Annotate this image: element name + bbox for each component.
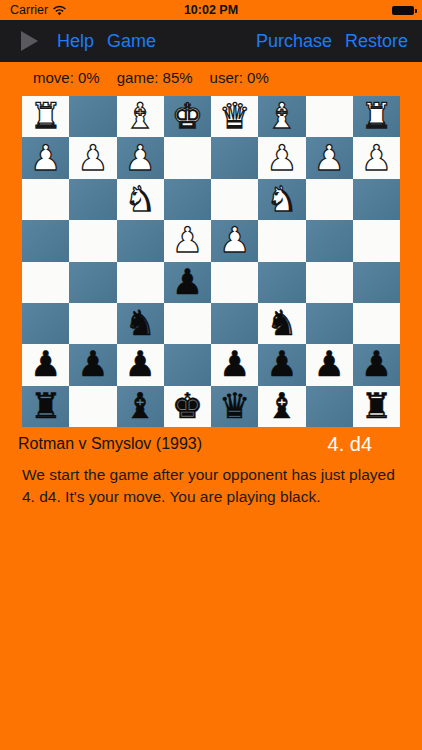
square-e2[interactable] <box>164 137 211 178</box>
restore-button[interactable]: Restore <box>345 31 408 52</box>
square-h1[interactable]: ♜ <box>22 96 69 137</box>
game-button[interactable]: Game <box>107 31 156 52</box>
white-rook: ♜ <box>30 96 61 137</box>
square-h6[interactable] <box>22 303 69 344</box>
progress-stats: move: 0% game: 85% user: 0% <box>33 62 269 92</box>
white-pawn: ♟ <box>124 138 155 179</box>
square-e4[interactable]: ♟ <box>164 220 211 261</box>
square-b2[interactable]: ♟ <box>306 137 353 178</box>
square-d7[interactable]: ♟ <box>211 344 258 385</box>
square-b8[interactable] <box>306 386 353 427</box>
square-d3[interactable] <box>211 179 258 220</box>
square-e8[interactable]: ♚ <box>164 386 211 427</box>
square-h5[interactable] <box>22 262 69 303</box>
square-g2[interactable]: ♟ <box>69 137 116 178</box>
play-icon[interactable] <box>21 31 38 51</box>
square-d6[interactable] <box>211 303 258 344</box>
square-c4[interactable] <box>258 220 305 261</box>
black-pawn: ♟ <box>313 344 344 385</box>
square-f1[interactable]: ♝ <box>117 96 164 137</box>
square-g4[interactable] <box>69 220 116 261</box>
players-label: Rotman v Smyslov (1993) <box>18 435 202 453</box>
square-c3[interactable]: ♞ <box>258 179 305 220</box>
white-pawn: ♟ <box>30 138 61 179</box>
black-pawn: ♟ <box>219 344 250 385</box>
white-bishop: ♝ <box>266 96 297 137</box>
square-g3[interactable] <box>69 179 116 220</box>
square-e7[interactable] <box>164 344 211 385</box>
square-d1[interactable]: ♛ <box>211 96 258 137</box>
square-b4[interactable] <box>306 220 353 261</box>
black-knight: ♞ <box>266 303 297 344</box>
clock-label: 10:02 PM <box>0 0 422 20</box>
white-king: ♚ <box>172 96 203 137</box>
square-g7[interactable]: ♟ <box>69 344 116 385</box>
square-d5[interactable] <box>211 262 258 303</box>
white-bishop: ♝ <box>124 96 155 137</box>
square-a5[interactable] <box>353 262 400 303</box>
square-e1[interactable]: ♚ <box>164 96 211 137</box>
black-rook: ♜ <box>30 386 61 427</box>
square-f5[interactable] <box>117 262 164 303</box>
square-c7[interactable]: ♟ <box>258 344 305 385</box>
square-d2[interactable] <box>211 137 258 178</box>
square-f7[interactable]: ♟ <box>117 344 164 385</box>
square-h8[interactable]: ♜ <box>22 386 69 427</box>
square-f8[interactable]: ♝ <box>117 386 164 427</box>
black-knight: ♞ <box>124 303 155 344</box>
square-e5[interactable]: ♟ <box>164 262 211 303</box>
square-c1[interactable]: ♝ <box>258 96 305 137</box>
black-pawn: ♟ <box>77 344 108 385</box>
user-progress-label: user: 0% <box>210 69 269 86</box>
white-queen: ♛ <box>219 96 250 137</box>
app-screen: Carrier 10:02 PM Help Game Purchase Rest… <box>0 0 422 750</box>
puzzle-description: We start the game after your opponent ha… <box>22 464 402 507</box>
purchase-button[interactable]: Purchase <box>256 31 332 52</box>
white-pawn: ♟ <box>266 138 297 179</box>
game-progress-label: game: 85% <box>117 69 193 86</box>
square-h3[interactable] <box>22 179 69 220</box>
square-a6[interactable] <box>353 303 400 344</box>
caption-row: Rotman v Smyslov (1993) 4. d4 <box>0 433 422 457</box>
square-e3[interactable] <box>164 179 211 220</box>
nav-bar: Help Game Purchase Restore <box>0 20 422 62</box>
square-a7[interactable]: ♟ <box>353 344 400 385</box>
move-progress-label: move: 0% <box>33 69 100 86</box>
square-h7[interactable]: ♟ <box>22 344 69 385</box>
square-d8[interactable]: ♛ <box>211 386 258 427</box>
status-bar: Carrier 10:02 PM <box>0 0 422 20</box>
square-c2[interactable]: ♟ <box>258 137 305 178</box>
white-pawn: ♟ <box>77 138 108 179</box>
square-c5[interactable] <box>258 262 305 303</box>
square-f3[interactable]: ♞ <box>117 179 164 220</box>
square-h2[interactable]: ♟ <box>22 137 69 178</box>
white-knight: ♞ <box>124 179 155 220</box>
square-c8[interactable]: ♝ <box>258 386 305 427</box>
square-d4[interactable]: ♟ <box>211 220 258 261</box>
black-pawn: ♟ <box>361 344 392 385</box>
black-rook: ♜ <box>361 386 392 427</box>
square-b1[interactable] <box>306 96 353 137</box>
last-move-label: 4. d4 <box>328 433 372 456</box>
square-b3[interactable] <box>306 179 353 220</box>
white-rook: ♜ <box>361 96 392 137</box>
square-g6[interactable] <box>69 303 116 344</box>
black-bishop: ♝ <box>266 386 297 427</box>
square-f2[interactable]: ♟ <box>117 137 164 178</box>
white-pawn: ♟ <box>361 138 392 179</box>
chess-board[interactable]: ♜♝♚♛♝♜♟♟♟♟♟♟♞♞♟♟♟♞♞♟♟♟♟♟♟♟♜♝♚♛♝♜ <box>22 96 400 427</box>
square-b7[interactable]: ♟ <box>306 344 353 385</box>
square-g8[interactable] <box>69 386 116 427</box>
black-king: ♚ <box>172 386 203 427</box>
square-f6[interactable]: ♞ <box>117 303 164 344</box>
square-e6[interactable] <box>164 303 211 344</box>
help-button[interactable]: Help <box>57 31 94 52</box>
square-f4[interactable] <box>117 220 164 261</box>
white-pawn: ♟ <box>219 220 250 261</box>
black-bishop: ♝ <box>124 386 155 427</box>
black-pawn: ♟ <box>30 344 61 385</box>
square-a2[interactable]: ♟ <box>353 137 400 178</box>
square-a4[interactable] <box>353 220 400 261</box>
black-queen: ♛ <box>219 386 250 427</box>
white-knight: ♞ <box>266 179 297 220</box>
square-g5[interactable] <box>69 262 116 303</box>
black-pawn: ♟ <box>172 262 203 303</box>
square-a1[interactable]: ♜ <box>353 96 400 137</box>
square-b5[interactable] <box>306 262 353 303</box>
square-a8[interactable]: ♜ <box>353 386 400 427</box>
white-pawn: ♟ <box>172 220 203 261</box>
battery-icon <box>392 6 414 15</box>
square-c6[interactable]: ♞ <box>258 303 305 344</box>
square-h4[interactable] <box>22 220 69 261</box>
square-g1[interactable] <box>69 96 116 137</box>
square-a3[interactable] <box>353 179 400 220</box>
square-b6[interactable] <box>306 303 353 344</box>
white-pawn: ♟ <box>313 138 344 179</box>
black-pawn: ♟ <box>124 344 155 385</box>
black-pawn: ♟ <box>266 344 297 385</box>
